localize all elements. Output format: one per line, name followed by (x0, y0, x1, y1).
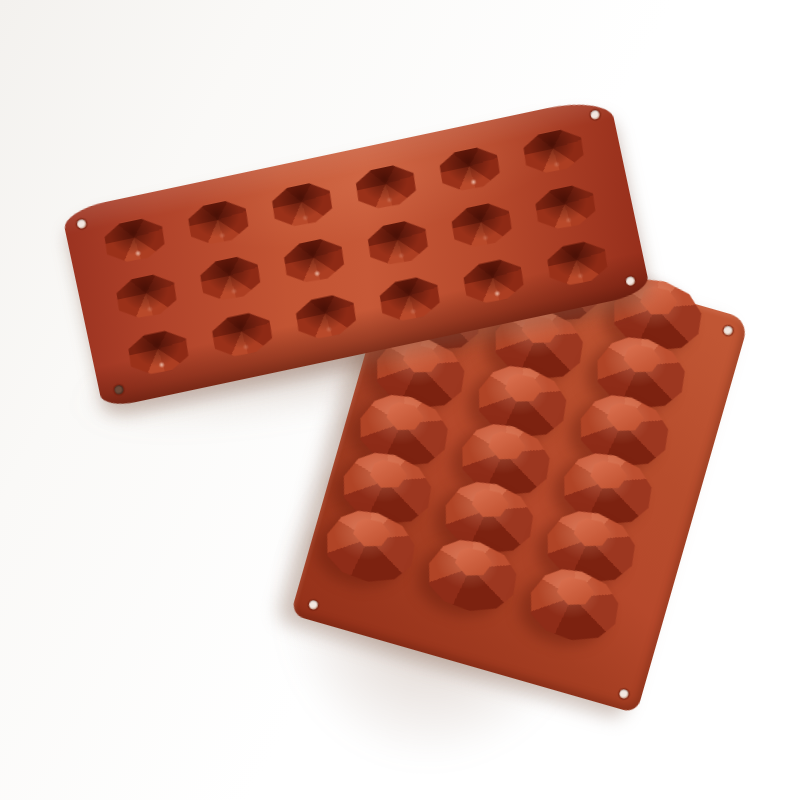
gem-cavity (192, 249, 268, 309)
product-photo-scene (0, 0, 800, 800)
gem-cavity (444, 195, 520, 255)
gem-cavity (360, 213, 436, 273)
gem-cavity (108, 266, 184, 326)
gem-cavity (276, 231, 352, 291)
gem-cavity (527, 177, 603, 237)
